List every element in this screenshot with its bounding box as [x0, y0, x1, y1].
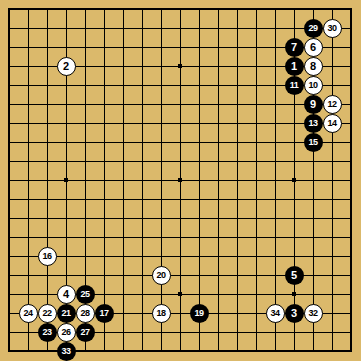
stone-move-number: 20 — [157, 271, 166, 280]
stone-move-number: 29 — [309, 24, 318, 33]
stone-27[interactable]: 27 — [76, 323, 95, 342]
stone-move-number: 13 — [309, 119, 318, 128]
stone-3[interactable]: 3 — [285, 304, 304, 323]
stone-move-number: 33 — [62, 347, 71, 356]
stone-move-number: 6 — [310, 42, 316, 53]
stone-20[interactable]: 20 — [152, 266, 171, 285]
stone-move-number: 25 — [81, 290, 90, 299]
stone-7[interactable]: 7 — [285, 38, 304, 57]
stone-move-number: 3 — [291, 308, 297, 319]
stone-move-number: 19 — [195, 309, 204, 318]
stone-move-number: 5 — [291, 270, 297, 281]
stone-move-number: 12 — [328, 100, 337, 109]
stone-move-number: 34 — [271, 309, 280, 318]
stone-move-number: 26 — [62, 328, 71, 337]
stone-30[interactable]: 30 — [323, 19, 342, 38]
stone-26[interactable]: 26 — [57, 323, 76, 342]
stone-move-number: 15 — [309, 138, 318, 147]
stone-11[interactable]: 11 — [285, 76, 304, 95]
stone-34[interactable]: 34 — [266, 304, 285, 323]
stone-move-number: 14 — [328, 119, 337, 128]
stone-33[interactable]: 33 — [57, 342, 76, 361]
stone-2[interactable]: 2 — [57, 57, 76, 76]
stone-6[interactable]: 6 — [304, 38, 323, 57]
stone-1[interactable]: 1 — [285, 57, 304, 76]
stone-18[interactable]: 18 — [152, 304, 171, 323]
stone-move-number: 32 — [309, 309, 318, 318]
stone-move-number: 21 — [62, 309, 71, 318]
stone-15[interactable]: 15 — [304, 133, 323, 152]
stone-12[interactable]: 12 — [323, 95, 342, 114]
stone-5[interactable]: 5 — [285, 266, 304, 285]
stone-move-number: 8 — [310, 61, 316, 72]
stone-19[interactable]: 19 — [190, 304, 209, 323]
stone-move-number: 2 — [63, 61, 69, 72]
stone-14[interactable]: 14 — [323, 114, 342, 133]
stone-move-number: 28 — [81, 309, 90, 318]
stone-24[interactable]: 24 — [19, 304, 38, 323]
stone-10[interactable]: 10 — [304, 76, 323, 95]
stone-29[interactable]: 29 — [304, 19, 323, 38]
stone-32[interactable]: 32 — [304, 304, 323, 323]
stone-move-number: 30 — [328, 24, 337, 33]
stone-move-number: 27 — [81, 328, 90, 337]
board-stones: 1234567891011121314151617181920212223242… — [0, 0, 361, 361]
stone-move-number: 10 — [309, 81, 318, 90]
stone-move-number: 4 — [63, 289, 69, 300]
stone-move-number: 1 — [291, 61, 297, 72]
stone-17[interactable]: 17 — [95, 304, 114, 323]
stone-move-number: 18 — [157, 309, 166, 318]
stone-9[interactable]: 9 — [304, 95, 323, 114]
stone-move-number: 22 — [43, 309, 52, 318]
go-board[interactable]: 1234567891011121314151617181920212223242… — [0, 0, 361, 361]
stone-move-number: 11 — [290, 81, 298, 90]
stone-22[interactable]: 22 — [38, 304, 57, 323]
stone-move-number: 9 — [310, 99, 316, 110]
stone-23[interactable]: 23 — [38, 323, 57, 342]
stone-28[interactable]: 28 — [76, 304, 95, 323]
stone-13[interactable]: 13 — [304, 114, 323, 133]
stone-4[interactable]: 4 — [57, 285, 76, 304]
stone-move-number: 17 — [100, 309, 109, 318]
stone-25[interactable]: 25 — [76, 285, 95, 304]
stone-8[interactable]: 8 — [304, 57, 323, 76]
stone-move-number: 16 — [43, 252, 52, 261]
stone-move-number: 23 — [43, 328, 52, 337]
stone-move-number: 24 — [24, 309, 33, 318]
stone-21[interactable]: 21 — [57, 304, 76, 323]
stone-16[interactable]: 16 — [38, 247, 57, 266]
stone-move-number: 7 — [291, 42, 297, 53]
